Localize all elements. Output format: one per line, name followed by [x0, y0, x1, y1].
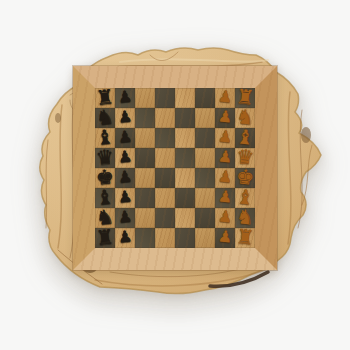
piece-black-pawn[interactable]: ♟ [117, 128, 133, 145]
square-c4[interactable] [175, 128, 195, 148]
square-e3[interactable] [195, 168, 215, 188]
piece-black-pawn[interactable]: ♟ [117, 148, 133, 165]
square-d6[interactable] [135, 148, 155, 168]
square-h3[interactable] [195, 228, 215, 248]
square-c2[interactable]: ♟ [215, 128, 235, 148]
piece-black-pawn[interactable]: ♟ [117, 208, 133, 225]
square-d2[interactable]: ♟ [215, 148, 235, 168]
square-c5[interactable] [155, 128, 175, 148]
piece-white-pawn[interactable]: ♟ [217, 148, 233, 165]
board-tray-bevel: ♜♟♟♜♞♟♟♞♝♟♟♝♛♟♟♛♚♟♟♚♝♟♟♝♞♟♟♞♜♟♟♜ [73, 66, 277, 270]
square-c6[interactable] [135, 128, 155, 148]
square-g4[interactable] [175, 208, 195, 228]
square-e2[interactable]: ♟ [215, 168, 235, 188]
square-g2[interactable]: ♟ [215, 208, 235, 228]
square-b5[interactable] [155, 108, 175, 128]
square-d7[interactable]: ♟ [115, 148, 135, 168]
square-b2[interactable]: ♟ [215, 108, 235, 128]
square-a5[interactable] [155, 88, 175, 108]
piece-white-pawn[interactable]: ♟ [217, 88, 233, 105]
square-a7[interactable]: ♟ [115, 88, 135, 108]
piece-white-pawn[interactable]: ♟ [217, 188, 233, 205]
square-g7[interactable]: ♟ [115, 208, 135, 228]
piece-white-pawn[interactable]: ♟ [217, 168, 233, 185]
square-f4[interactable] [175, 188, 195, 208]
square-b7[interactable]: ♟ [115, 108, 135, 128]
piece-black-pawn[interactable]: ♟ [117, 108, 133, 125]
square-d3[interactable] [195, 148, 215, 168]
square-a2[interactable]: ♟ [215, 88, 235, 108]
square-g6[interactable] [135, 208, 155, 228]
piece-white-pawn[interactable]: ♟ [217, 108, 233, 125]
square-h1[interactable]: ♜ [235, 228, 255, 248]
square-f5[interactable] [155, 188, 175, 208]
square-a4[interactable] [175, 88, 195, 108]
square-h6[interactable] [135, 228, 155, 248]
square-g3[interactable] [195, 208, 215, 228]
square-f7[interactable]: ♟ [115, 188, 135, 208]
piece-white-pawn[interactable]: ♟ [217, 208, 233, 225]
piece-black-pawn[interactable]: ♟ [117, 188, 133, 205]
chess-board: ♜♟♟♜♞♟♟♞♝♟♟♝♛♟♟♛♚♟♟♚♝♟♟♝♞♟♟♞♜♟♟♜ [95, 88, 255, 248]
piece-white-rook[interactable]: ♜ [235, 226, 255, 248]
piece-white-pawn[interactable]: ♟ [217, 228, 233, 245]
square-e5[interactable] [155, 168, 175, 188]
piece-black-pawn[interactable]: ♟ [117, 228, 133, 245]
square-b4[interactable] [175, 108, 195, 128]
square-h2[interactable]: ♟ [215, 228, 235, 248]
square-e6[interactable] [135, 168, 155, 188]
square-h7[interactable]: ♟ [115, 228, 135, 248]
square-g5[interactable] [155, 208, 175, 228]
square-c7[interactable]: ♟ [115, 128, 135, 148]
square-h4[interactable] [175, 228, 195, 248]
square-b6[interactable] [135, 108, 155, 128]
square-a3[interactable] [195, 88, 215, 108]
piece-black-pawn[interactable]: ♟ [117, 168, 133, 185]
square-d5[interactable] [155, 148, 175, 168]
square-d4[interactable] [175, 148, 195, 168]
square-f2[interactable]: ♟ [215, 188, 235, 208]
square-f3[interactable] [195, 188, 215, 208]
piece-white-pawn[interactable]: ♟ [217, 128, 233, 145]
square-e4[interactable] [175, 168, 195, 188]
square-f6[interactable] [135, 188, 155, 208]
square-a6[interactable] [135, 88, 155, 108]
square-c3[interactable] [195, 128, 215, 148]
piece-black-rook[interactable]: ♜ [95, 226, 115, 248]
square-h5[interactable] [155, 228, 175, 248]
piece-black-pawn[interactable]: ♟ [117, 88, 133, 105]
photo-canvas: ♜♟♟♜♞♟♟♞♝♟♟♝♛♟♟♛♚♟♟♚♝♟♟♝♞♟♟♞♜♟♟♜ [0, 0, 350, 350]
square-b3[interactable] [195, 108, 215, 128]
square-e7[interactable]: ♟ [115, 168, 135, 188]
square-h8[interactable]: ♜ [95, 228, 115, 248]
